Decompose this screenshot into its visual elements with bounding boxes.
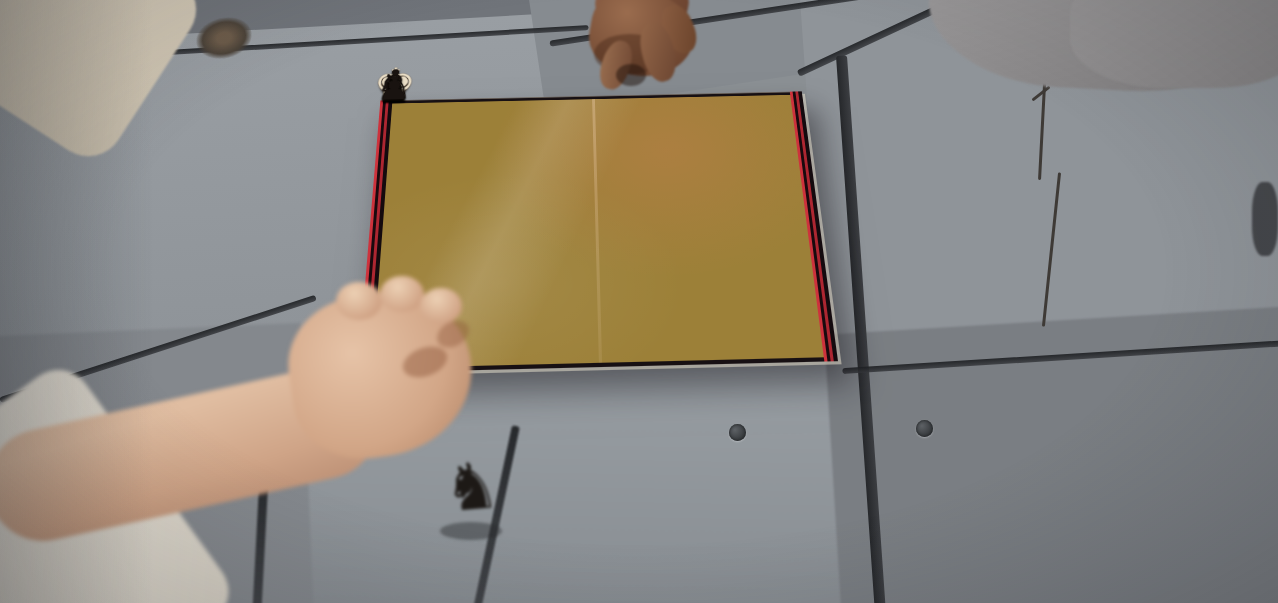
black-knight-icon: ♞	[441, 452, 502, 522]
fist-knuckle	[336, 282, 382, 320]
table-screw	[916, 420, 933, 437]
black-pawn-a8[interactable]: ♟	[377, 73, 412, 104]
hand-pinch-shadow	[616, 64, 646, 86]
fist-knuckle	[420, 288, 462, 324]
top-right-sleeve-fold	[1070, 0, 1278, 88]
photo-scene: ♟♟♟♟♚♞♟♛♜♝♟♜♟♟♟♝♞♟♜♚♟♞♟♟♝♟♟♟ ♞	[0, 0, 1278, 603]
fist-knuckle	[380, 276, 424, 312]
captured-black-knight[interactable]: ♞	[444, 456, 504, 546]
table-screw	[729, 424, 746, 441]
plank-notch	[1252, 182, 1278, 256]
